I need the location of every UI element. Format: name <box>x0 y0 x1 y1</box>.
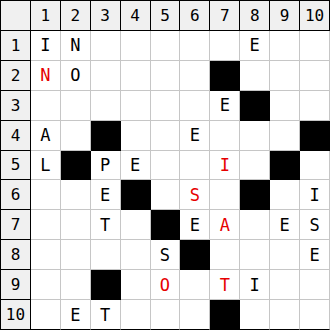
cell-r5-c8[interactable] <box>240 151 270 181</box>
cell-r1-c7[interactable] <box>210 31 240 61</box>
row-header-10: 10 <box>1 300 31 330</box>
cell-r5-c4[interactable]: E <box>121 151 151 181</box>
cell-r9-c4[interactable] <box>121 270 151 300</box>
cell-r8-c6 <box>180 240 210 270</box>
row-header-3: 3 <box>1 91 31 121</box>
cell-r3-c6[interactable] <box>180 91 210 121</box>
cell-r7-c1[interactable] <box>31 210 61 240</box>
cell-r2-c6[interactable] <box>180 61 210 91</box>
cell-r9-c9[interactable] <box>270 270 300 300</box>
cell-r3-c4[interactable] <box>121 91 151 121</box>
cell-r4-c7[interactable] <box>210 121 240 151</box>
cell-r7-c6[interactable]: E <box>180 210 210 240</box>
cell-r8-c9[interactable] <box>270 240 300 270</box>
cell-r4-c6[interactable]: E <box>180 121 210 151</box>
cell-r1-c8[interactable]: E <box>240 31 270 61</box>
cell-r8-c7[interactable] <box>210 240 240 270</box>
cell-r5-c3[interactable]: P <box>91 151 121 181</box>
cell-r2-c5[interactable] <box>151 61 181 91</box>
cell-r5-c2 <box>61 151 91 181</box>
cell-r1-c4[interactable] <box>121 31 151 61</box>
cell-r1-c10[interactable] <box>300 31 330 61</box>
row-header-6: 6 <box>1 180 31 210</box>
cell-r10-c9[interactable] <box>270 300 300 330</box>
cell-r9-c10[interactable] <box>300 270 330 300</box>
cell-r7-c5 <box>151 210 181 240</box>
cell-r6-c7[interactable] <box>210 180 240 210</box>
col-header-7: 7 <box>210 1 240 31</box>
cell-r2-c8[interactable] <box>240 61 270 91</box>
cell-r10-c2[interactable]: E <box>61 300 91 330</box>
cell-r3-c9[interactable] <box>270 91 300 121</box>
cell-r2-c7 <box>210 61 240 91</box>
cell-r8-c4[interactable] <box>121 240 151 270</box>
cell-r4-c2[interactable] <box>61 121 91 151</box>
row-header-9: 9 <box>1 270 31 300</box>
row-header-1: 1 <box>1 31 31 61</box>
cell-r7-c8[interactable] <box>240 210 270 240</box>
cell-r1-c6[interactable] <box>180 31 210 61</box>
row-header-5: 5 <box>1 151 31 181</box>
cell-r2-c9[interactable] <box>270 61 300 91</box>
cell-r1-c5[interactable] <box>151 31 181 61</box>
cell-r3-c10[interactable] <box>300 91 330 121</box>
puzzle-board: 123456789101INE2NO3E4AE5LPEI6ESI7TEAES8S… <box>0 0 330 330</box>
cell-r10-c10[interactable] <box>300 300 330 330</box>
cell-r10-c4[interactable] <box>121 300 151 330</box>
cell-r6-c8 <box>240 180 270 210</box>
cell-r6-c6[interactable]: S <box>180 180 210 210</box>
cell-r2-c3[interactable] <box>91 61 121 91</box>
cell-r9-c8[interactable]: I <box>240 270 270 300</box>
cell-r6-c2[interactable] <box>61 180 91 210</box>
cell-r4-c3 <box>91 121 121 151</box>
cell-r5-c9 <box>270 151 300 181</box>
cell-r8-c10[interactable]: E <box>300 240 330 270</box>
cell-r2-c4[interactable] <box>121 61 151 91</box>
cell-r3-c8 <box>240 91 270 121</box>
cell-r1-c1[interactable]: I <box>31 31 61 61</box>
cell-r7-c3[interactable]: T <box>91 210 121 240</box>
cell-r1-c2[interactable]: N <box>61 31 91 61</box>
cell-r5-c10[interactable] <box>300 151 330 181</box>
cell-r10-c5[interactable] <box>151 300 181 330</box>
cell-r6-c9[interactable] <box>270 180 300 210</box>
cell-r5-c5[interactable] <box>151 151 181 181</box>
cell-r7-c7[interactable]: A <box>210 210 240 240</box>
cell-r6-c4 <box>121 180 151 210</box>
col-header-1: 1 <box>31 1 61 31</box>
cell-r8-c5[interactable]: S <box>151 240 181 270</box>
cell-r1-c3[interactable] <box>91 31 121 61</box>
row-header-8: 8 <box>1 240 31 270</box>
cell-r5-c7[interactable]: I <box>210 151 240 181</box>
cell-r9-c3 <box>91 270 121 300</box>
col-header-8: 8 <box>240 1 270 31</box>
cell-r3-c7[interactable]: E <box>210 91 240 121</box>
col-header-4: 4 <box>121 1 151 31</box>
cell-r5-c1[interactable]: L <box>31 151 61 181</box>
col-header-2: 2 <box>61 1 91 31</box>
cell-r9-c2[interactable] <box>61 270 91 300</box>
col-header-6: 6 <box>180 1 210 31</box>
cell-r3-c5[interactable] <box>151 91 181 121</box>
corner-cell <box>1 1 31 31</box>
cell-r4-c10 <box>300 121 330 151</box>
cell-r6-c3[interactable]: E <box>91 180 121 210</box>
cell-r4-c4[interactable] <box>121 121 151 151</box>
cell-r1-c9[interactable] <box>270 31 300 61</box>
cell-r3-c2[interactable] <box>61 91 91 121</box>
cell-r6-c10[interactable]: I <box>300 180 330 210</box>
row-header-2: 2 <box>1 61 31 91</box>
cell-r6-c1[interactable] <box>31 180 61 210</box>
cell-r9-c1[interactable] <box>31 270 61 300</box>
col-header-3: 3 <box>91 1 121 31</box>
cell-r4-c9[interactable] <box>270 121 300 151</box>
col-header-9: 9 <box>270 1 300 31</box>
cell-r2-c2[interactable]: O <box>61 61 91 91</box>
cell-r7-c4[interactable] <box>121 210 151 240</box>
cell-r3-c1[interactable] <box>31 91 61 121</box>
cell-r8-c3[interactable] <box>91 240 121 270</box>
cell-r8-c1[interactable] <box>31 240 61 270</box>
cell-r7-c10[interactable]: S <box>300 210 330 240</box>
cell-r9-c7[interactable]: T <box>210 270 240 300</box>
cell-r9-c5[interactable]: O <box>151 270 181 300</box>
col-header-5: 5 <box>151 1 181 31</box>
cell-r7-c9[interactable]: E <box>270 210 300 240</box>
cell-r9-c6[interactable] <box>180 270 210 300</box>
cell-r10-c1[interactable] <box>31 300 61 330</box>
cell-r4-c8[interactable] <box>240 121 270 151</box>
cell-r2-c1[interactable]: N <box>31 61 61 91</box>
cell-r2-c10[interactable] <box>300 61 330 91</box>
cell-r5-c6[interactable] <box>180 151 210 181</box>
col-header-10: 10 <box>300 1 330 31</box>
cell-r4-c1[interactable]: A <box>31 121 61 151</box>
cell-r7-c2[interactable] <box>61 210 91 240</box>
cell-r10-c3[interactable]: T <box>91 300 121 330</box>
row-header-4: 4 <box>1 121 31 151</box>
cell-r8-c8[interactable] <box>240 240 270 270</box>
cell-r10-c6[interactable] <box>180 300 210 330</box>
cell-r4-c5[interactable] <box>151 121 181 151</box>
cell-r3-c3[interactable] <box>91 91 121 121</box>
cell-r8-c2[interactable] <box>61 240 91 270</box>
row-header-7: 7 <box>1 210 31 240</box>
cell-r10-c7 <box>210 300 240 330</box>
cell-r6-c5[interactable] <box>151 180 181 210</box>
cell-r10-c8[interactable] <box>240 300 270 330</box>
